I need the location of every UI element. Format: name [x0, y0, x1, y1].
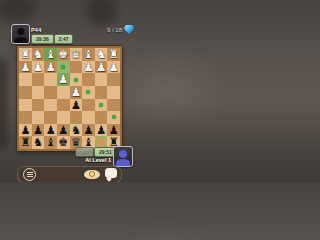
eye-icon[interactable] [84, 170, 100, 180]
square-d1[interactable]: ♛ [70, 48, 83, 61]
black-pawn: ♟ [32, 124, 45, 136]
square-c7[interactable]: ♟ [82, 124, 95, 137]
bottom-player-name: AI Level 1 [0, 157, 111, 163]
square-b5[interactable] [95, 99, 108, 112]
avatar-torso-icon [116, 159, 130, 166]
square-h6[interactable] [19, 111, 32, 124]
white-pawn: ♟ [32, 61, 45, 73]
square-c4[interactable] [82, 86, 95, 99]
square-a4[interactable] [107, 86, 120, 99]
square-f6[interactable] [44, 111, 57, 124]
square-b2[interactable]: ♟ [95, 61, 108, 74]
white-pawn: ♟ [82, 61, 95, 73]
square-g7[interactable]: ♟ [32, 124, 45, 137]
background-blur-shape [0, 58, 8, 150]
square-h5[interactable] [19, 99, 32, 112]
white-pawn: ♟ [107, 61, 120, 73]
square-c3[interactable] [82, 73, 95, 86]
white-knight: ♞ [32, 48, 45, 60]
hamburger-menu-icon[interactable] [23, 168, 36, 181]
square-f1[interactable]: ♝ [44, 48, 57, 61]
square-b6[interactable] [95, 111, 108, 124]
square-e5[interactable] [57, 99, 70, 112]
top-player-move-timer: 2:47 [54, 34, 73, 44]
square-f4[interactable] [44, 86, 57, 99]
square-d3[interactable] [70, 73, 83, 86]
square-d6[interactable] [70, 111, 83, 124]
black-pawn: ♟ [44, 124, 57, 136]
bottom-toolbar [17, 166, 122, 182]
square-g6[interactable] [32, 111, 45, 124]
legal-move-dot[interactable] [86, 90, 90, 94]
square-g8[interactable]: ♞ [32, 136, 45, 149]
black-pawn: ♟ [70, 99, 83, 111]
chess-board-frame: ♜♞♝♚♛♝♞♜♟♟♟♟♟♟♟♟♟♟♟♟♟♞♟♟♟♜♞♝♚♛♝♜ [17, 46, 122, 151]
bottom-player-move-timer: … [75, 147, 94, 157]
chat-bubble-icon[interactable] [105, 168, 117, 178]
white-pawn: ♟ [44, 61, 57, 73]
black-king: ♚ [57, 136, 70, 148]
top-player-name: P44 [31, 27, 41, 33]
black-knight: ♞ [32, 136, 45, 148]
black-pawn: ♟ [107, 124, 120, 136]
black-pawn: ♟ [95, 124, 108, 136]
avatar-torso-icon [14, 37, 27, 43]
black-rook: ♜ [19, 136, 32, 148]
background-blur-shadow [0, 0, 36, 22]
white-knight: ♞ [95, 48, 108, 60]
square-c6[interactable] [82, 111, 95, 124]
square-a3[interactable] [107, 73, 120, 86]
white-pawn: ♟ [57, 73, 70, 85]
square-d7[interactable]: ♞ [70, 124, 83, 137]
square-h2[interactable]: ♟ [19, 61, 32, 74]
legal-move-dot[interactable] [99, 103, 103, 107]
square-c1[interactable]: ♝ [82, 48, 95, 61]
square-a1[interactable]: ♜ [107, 48, 120, 61]
square-f3[interactable] [44, 73, 57, 86]
square-a2[interactable]: ♟ [107, 61, 120, 74]
gem-icon [124, 25, 134, 34]
square-d5[interactable]: ♟ [70, 99, 83, 112]
square-g4[interactable] [32, 86, 45, 99]
square-g5[interactable] [32, 99, 45, 112]
black-pawn: ♟ [19, 124, 32, 136]
square-g1[interactable]: ♞ [32, 48, 45, 61]
square-c2[interactable]: ♟ [82, 61, 95, 74]
square-b3[interactable] [95, 73, 108, 86]
square-c5[interactable] [82, 99, 95, 112]
background-blur-piece [88, 0, 116, 26]
white-bishop: ♝ [44, 48, 57, 60]
bottom-player-avatar [113, 146, 133, 167]
square-g3[interactable] [32, 73, 45, 86]
square-e8[interactable]: ♚ [57, 136, 70, 149]
white-rook: ♜ [19, 48, 32, 60]
gem-counter[interactable]: 9 / 18 [107, 25, 134, 34]
square-h8[interactable]: ♜ [19, 136, 32, 149]
top-player-total-timer: 29:36 [31, 34, 54, 44]
square-e2[interactable] [57, 61, 70, 74]
black-pawn: ♟ [57, 124, 70, 136]
square-h3[interactable] [19, 73, 32, 86]
white-pawn: ♟ [95, 61, 108, 73]
black-pawn: ♟ [82, 124, 95, 136]
avatar-head-icon [119, 150, 127, 158]
square-h7[interactable]: ♟ [19, 124, 32, 137]
square-f2[interactable]: ♟ [44, 61, 57, 74]
square-g2[interactable]: ♟ [32, 61, 45, 74]
square-d2[interactable] [70, 61, 83, 74]
square-f5[interactable] [44, 99, 57, 112]
square-f7[interactable]: ♟ [44, 124, 57, 137]
top-player-avatar [11, 24, 30, 44]
white-king: ♚ [57, 48, 70, 60]
white-rook: ♜ [107, 48, 120, 60]
legal-move-dot[interactable] [74, 78, 78, 82]
square-e1[interactable]: ♚ [57, 48, 70, 61]
square-d4[interactable]: ♟ [70, 86, 83, 99]
square-e7[interactable]: ♟ [57, 124, 70, 137]
square-b4[interactable] [95, 86, 108, 99]
white-queen: ♛ [70, 48, 83, 60]
square-f8[interactable]: ♝ [44, 136, 57, 149]
square-b7[interactable]: ♟ [95, 124, 108, 137]
black-bishop: ♝ [44, 136, 57, 148]
square-a6[interactable] [107, 111, 120, 124]
legal-move-dot[interactable] [61, 65, 65, 69]
legal-move-dot[interactable] [112, 115, 116, 119]
square-e6[interactable] [57, 111, 70, 124]
square-b1[interactable]: ♞ [95, 48, 108, 61]
square-e3[interactable]: ♟ [57, 73, 70, 86]
chess-board: ♜♞♝♚♛♝♞♜♟♟♟♟♟♟♟♟♟♟♟♟♟♞♟♟♟♜♞♝♚♛♝♜ [19, 48, 120, 149]
white-bishop: ♝ [82, 48, 95, 60]
black-knight: ♞ [70, 124, 83, 136]
avatar-head-icon [17, 28, 24, 35]
gem-count-label: 9 / 18 [107, 27, 122, 33]
white-pawn: ♟ [70, 86, 83, 98]
square-a5[interactable] [107, 99, 120, 112]
square-e4[interactable] [57, 86, 70, 99]
square-h1[interactable]: ♜ [19, 48, 32, 61]
square-a7[interactable]: ♟ [107, 124, 120, 137]
white-pawn: ♟ [19, 61, 32, 73]
square-h4[interactable] [19, 86, 32, 99]
